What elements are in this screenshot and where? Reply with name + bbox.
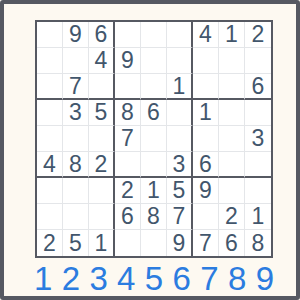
cell-r4c9[interactable] (245, 100, 271, 126)
cell-r8c6[interactable]: 7 (167, 204, 193, 230)
cell-r6c1[interactable]: 4 (37, 152, 63, 178)
app-frame: 96412497163586173482362159687212519768 1… (0, 0, 300, 300)
cell-r4c3[interactable]: 5 (89, 100, 115, 126)
cell-r2c3[interactable]: 4 (89, 48, 115, 74)
cell-r6c3[interactable]: 2 (89, 152, 115, 178)
cell-r6c7[interactable]: 6 (193, 152, 219, 178)
cell-r4c6[interactable] (167, 100, 193, 126)
cell-r6c9[interactable] (245, 152, 271, 178)
number-key-8[interactable]: 8 (228, 260, 246, 298)
cell-r7c6[interactable]: 5 (167, 178, 193, 204)
cell-r7c3[interactable] (89, 178, 115, 204)
cell-r6c8[interactable] (219, 152, 245, 178)
cell-r9c5[interactable] (141, 230, 167, 256)
cell-r7c1[interactable] (37, 178, 63, 204)
cell-r6c4[interactable] (115, 152, 141, 178)
cell-r5c1[interactable] (37, 126, 63, 152)
cell-r4c8[interactable] (219, 100, 245, 126)
cell-r5c6[interactable] (167, 126, 193, 152)
cell-r3c7[interactable] (193, 74, 219, 100)
cell-r8c5[interactable]: 8 (141, 204, 167, 230)
cell-r9c3[interactable]: 1 (89, 230, 115, 256)
cell-r3c6[interactable]: 1 (167, 74, 193, 100)
cell-r4c7[interactable]: 1 (193, 100, 219, 126)
cell-r9c2[interactable]: 5 (63, 230, 89, 256)
cell-r3c8[interactable] (219, 74, 245, 100)
cell-r4c4[interactable]: 8 (115, 100, 141, 126)
cell-r2c2[interactable] (63, 48, 89, 74)
number-key-9[interactable]: 9 (256, 260, 274, 298)
cell-r1c1[interactable] (37, 22, 63, 48)
cell-r7c7[interactable]: 9 (193, 178, 219, 204)
cell-r1c2[interactable]: 9 (63, 22, 89, 48)
number-key-7[interactable]: 7 (200, 260, 218, 298)
sudoku-board: 96412497163586173482362159687212519768 (35, 20, 273, 258)
cell-r8c1[interactable] (37, 204, 63, 230)
cell-r2c4[interactable]: 9 (115, 48, 141, 74)
cell-r9c4[interactable] (115, 230, 141, 256)
cell-r1c6[interactable] (167, 22, 193, 48)
cell-r7c8[interactable] (219, 178, 245, 204)
cell-r4c1[interactable] (37, 100, 63, 126)
number-key-3[interactable]: 3 (89, 260, 107, 298)
number-key-4[interactable]: 4 (117, 260, 135, 298)
cell-r7c2[interactable] (63, 178, 89, 204)
cell-r1c8[interactable]: 1 (219, 22, 245, 48)
cell-r9c6[interactable]: 9 (167, 230, 193, 256)
number-key-2[interactable]: 2 (62, 260, 80, 298)
cell-r5c5[interactable] (141, 126, 167, 152)
cell-r9c9[interactable]: 8 (245, 230, 271, 256)
cell-r7c5[interactable]: 1 (141, 178, 167, 204)
cell-r2c6[interactable] (167, 48, 193, 74)
cell-r5c2[interactable] (63, 126, 89, 152)
cell-r2c5[interactable] (141, 48, 167, 74)
number-bar: 123456789 (34, 260, 274, 298)
cell-r5c3[interactable] (89, 126, 115, 152)
cell-r6c6[interactable]: 3 (167, 152, 193, 178)
cell-r1c4[interactable] (115, 22, 141, 48)
cell-r9c1[interactable]: 2 (37, 230, 63, 256)
cell-r9c7[interactable]: 7 (193, 230, 219, 256)
cell-r3c1[interactable] (37, 74, 63, 100)
number-key-1[interactable]: 1 (34, 260, 52, 298)
cell-r2c9[interactable] (245, 48, 271, 74)
cell-r2c7[interactable] (193, 48, 219, 74)
cell-r9c8[interactable]: 6 (219, 230, 245, 256)
cell-r7c9[interactable] (245, 178, 271, 204)
cell-r5c4[interactable]: 7 (115, 126, 141, 152)
cell-r2c1[interactable] (37, 48, 63, 74)
cell-r3c5[interactable] (141, 74, 167, 100)
cell-r4c5[interactable]: 6 (141, 100, 167, 126)
cell-r2c8[interactable] (219, 48, 245, 74)
cell-r7c4[interactable]: 2 (115, 178, 141, 204)
cell-r3c9[interactable]: 6 (245, 74, 271, 100)
cell-r5c7[interactable] (193, 126, 219, 152)
cell-r8c8[interactable]: 2 (219, 204, 245, 230)
cell-r8c4[interactable]: 6 (115, 204, 141, 230)
cell-r1c7[interactable]: 4 (193, 22, 219, 48)
cell-r3c2[interactable]: 7 (63, 74, 89, 100)
cell-r8c2[interactable] (63, 204, 89, 230)
cell-r3c4[interactable] (115, 74, 141, 100)
cell-r6c2[interactable]: 8 (63, 152, 89, 178)
cell-r4c2[interactable]: 3 (63, 100, 89, 126)
cell-r1c3[interactable]: 6 (89, 22, 115, 48)
cell-r8c9[interactable]: 1 (245, 204, 271, 230)
cell-r6c5[interactable] (141, 152, 167, 178)
cell-r8c7[interactable] (193, 204, 219, 230)
cell-r5c9[interactable]: 3 (245, 126, 271, 152)
number-key-6[interactable]: 6 (173, 260, 191, 298)
cell-r8c3[interactable] (89, 204, 115, 230)
cell-r1c5[interactable] (141, 22, 167, 48)
cell-r5c8[interactable] (219, 126, 245, 152)
number-key-5[interactable]: 5 (145, 260, 163, 298)
cell-r3c3[interactable] (89, 74, 115, 100)
cell-r1c9[interactable]: 2 (245, 22, 271, 48)
